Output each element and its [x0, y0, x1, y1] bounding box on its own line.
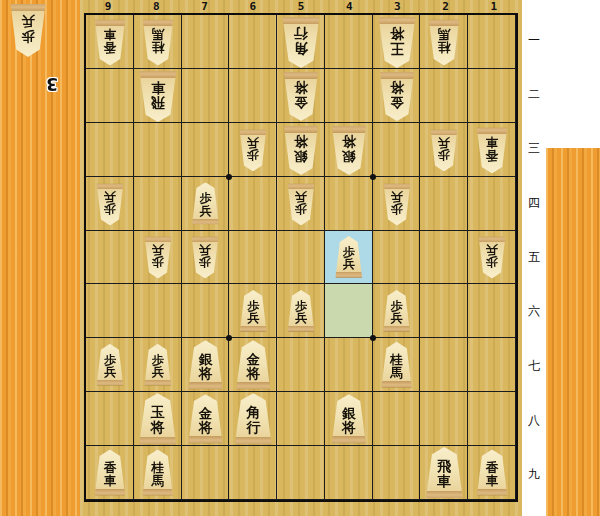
cell-26[interactable]	[420, 284, 468, 338]
sente-pawn-36[interactable]: 歩兵	[382, 290, 411, 332]
file-label-2: 2	[422, 0, 470, 13]
gote-pawn-15[interactable]: 歩兵	[478, 237, 507, 279]
cell-47[interactable]	[325, 338, 373, 392]
cell-15[interactable]: 歩兵	[468, 231, 516, 285]
rank-label-9: 九	[524, 448, 544, 502]
sente-gold-78[interactable]: 金将	[187, 394, 224, 443]
piece-kanji: 銀将	[342, 406, 356, 434]
file-label-3: 3	[373, 0, 421, 13]
sente-knight-89[interactable]: 桂馬	[141, 450, 174, 496]
piece-kanji: 玉将	[151, 405, 165, 434]
cell-37[interactable]: 桂馬	[373, 338, 421, 392]
gote-lance-13[interactable]: 香車	[476, 127, 509, 173]
cell-75[interactable]: 歩兵	[182, 231, 230, 285]
piece-kanji: 歩兵	[104, 191, 116, 216]
cell-93[interactable]	[86, 123, 134, 177]
cell-83[interactable]	[134, 123, 182, 177]
cell-23[interactable]: 歩兵	[420, 123, 468, 177]
piece-kanji: 桂馬	[390, 353, 403, 379]
gote-lance-91[interactable]: 香車	[93, 19, 126, 65]
cell-81[interactable]: 桂馬	[134, 15, 182, 69]
rank-label-2: 二	[524, 67, 544, 121]
sente-pawn-74[interactable]: 歩兵	[191, 182, 220, 224]
sente-bishop-68[interactable]: 角行	[233, 393, 273, 444]
piece-kanji: 金将	[294, 81, 308, 109]
cell-53[interactable]: 銀将	[277, 123, 325, 177]
gote-silver-53[interactable]: 銀将	[282, 126, 319, 175]
cell-62[interactable]	[229, 69, 277, 123]
cell-78[interactable]: 金将	[182, 392, 230, 446]
cell-56[interactable]: 歩兵	[277, 284, 325, 338]
sente-pawn-56[interactable]: 歩兵	[286, 290, 315, 332]
file-labels: 987654321	[84, 0, 518, 13]
cell-14[interactable]	[468, 177, 516, 231]
sente-king-88[interactable]: 玉将	[138, 393, 178, 444]
cell-99[interactable]: 香車	[86, 446, 134, 500]
piece-kanji: 歩兵	[199, 244, 211, 269]
cell-21[interactable]: 桂馬	[420, 15, 468, 69]
cell-84[interactable]	[134, 177, 182, 231]
cell-38[interactable]	[373, 392, 421, 446]
cell-79[interactable]	[182, 446, 230, 500]
cell-51[interactable]: 角行	[277, 15, 325, 69]
cell-46[interactable]	[325, 284, 373, 338]
gote-pawn-75[interactable]: 歩兵	[191, 237, 220, 279]
sente-lance-19[interactable]: 香車	[476, 450, 509, 496]
sente-rook-29[interactable]: 飛車	[424, 447, 464, 498]
cell-55[interactable]	[277, 231, 325, 285]
cell-65[interactable]	[229, 231, 277, 285]
gote-pawn-94[interactable]: 歩兵	[95, 183, 124, 225]
cell-22[interactable]	[420, 69, 468, 123]
cell-17[interactable]	[468, 338, 516, 392]
cell-31[interactable]: 王将	[373, 15, 421, 69]
cell-76[interactable]	[182, 284, 230, 338]
gote-gold-52[interactable]: 金将	[282, 72, 319, 121]
piece-kanji: 銀将	[342, 135, 356, 163]
piece-kanji: 銀将	[199, 352, 213, 380]
piece-kanji: 飛車	[151, 81, 165, 110]
file-label-8: 8	[132, 0, 180, 13]
cell-98[interactable]	[86, 392, 134, 446]
cell-42[interactable]	[325, 69, 373, 123]
sente-pawn-45[interactable]: 歩兵	[334, 236, 363, 278]
piece-kanji: 王将	[390, 27, 404, 56]
cell-72[interactable]	[182, 69, 230, 123]
file-label-7: 7	[180, 0, 228, 13]
piece-kanji: 歩兵	[438, 137, 450, 162]
cell-43[interactable]: 銀将	[325, 123, 373, 177]
cell-32[interactable]: 金将	[373, 69, 421, 123]
cell-36[interactable]: 歩兵	[373, 284, 421, 338]
sente-silver-77[interactable]: 銀将	[187, 340, 224, 389]
cell-87[interactable]: 歩兵	[134, 338, 182, 392]
rank-label-1: 一	[524, 13, 544, 67]
piece-kanji: 金将	[246, 352, 260, 380]
cell-58[interactable]	[277, 392, 325, 446]
sente-hand-tray	[546, 148, 600, 516]
gote-hand-pawn-kanji: 歩兵	[21, 15, 35, 43]
sente-knight-37[interactable]: 桂馬	[380, 342, 413, 388]
gote-pawn-23[interactable]: 歩兵	[430, 129, 459, 171]
sente-pawn-97[interactable]: 歩兵	[95, 344, 124, 386]
sente-gold-67[interactable]: 金将	[235, 340, 272, 389]
piece-kanji: 桂馬	[151, 461, 164, 487]
cell-97[interactable]: 歩兵	[86, 338, 134, 392]
cell-77[interactable]: 銀将	[182, 338, 230, 392]
gote-gold-32[interactable]: 金将	[378, 72, 415, 121]
sente-pawn-66[interactable]: 歩兵	[239, 290, 268, 332]
piece-kanji: 金将	[199, 406, 213, 434]
piece-kanji: 歩兵	[391, 191, 403, 216]
sente-lance-99[interactable]: 香車	[93, 450, 126, 496]
cell-61[interactable]	[229, 15, 277, 69]
rank-label-3: 三	[524, 122, 544, 176]
cell-33[interactable]	[373, 123, 421, 177]
cell-94[interactable]: 歩兵	[86, 177, 134, 231]
cell-54[interactable]: 歩兵	[277, 177, 325, 231]
rank-label-6: 六	[524, 285, 544, 339]
cell-24[interactable]	[420, 177, 468, 231]
cell-49[interactable]	[325, 446, 373, 500]
cell-18[interactable]	[468, 392, 516, 446]
cell-91[interactable]: 香車	[86, 15, 134, 69]
piece-kanji: 香車	[104, 28, 117, 54]
rank-label-5: 五	[524, 230, 544, 284]
file-label-9: 9	[84, 0, 132, 13]
gote-pawn-63[interactable]: 歩兵	[239, 129, 268, 171]
cell-96[interactable]	[86, 284, 134, 338]
rank-label-7: 七	[524, 339, 544, 393]
gote-pawn-34[interactable]: 歩兵	[382, 183, 411, 225]
gote-hand-pawn-count: 3	[42, 70, 62, 94]
rank-label-4: 四	[524, 176, 544, 230]
cell-44[interactable]	[325, 177, 373, 231]
piece-kanji: 歩兵	[152, 353, 164, 378]
piece-kanji: 桂馬	[438, 28, 451, 54]
gote-pawn-85[interactable]: 歩兵	[143, 237, 172, 279]
piece-kanji: 桂馬	[151, 28, 164, 54]
piece-kanji: 歩兵	[104, 353, 116, 378]
cell-95[interactable]	[86, 231, 134, 285]
piece-kanji: 角行	[294, 27, 308, 56]
cell-66[interactable]: 歩兵	[229, 284, 277, 338]
cell-35[interactable]	[373, 231, 421, 285]
sente-silver-48[interactable]: 銀将	[330, 394, 367, 443]
file-label-5: 5	[277, 0, 325, 13]
cell-85[interactable]: 歩兵	[134, 231, 182, 285]
cell-63[interactable]: 歩兵	[229, 123, 277, 177]
file-label-4: 4	[325, 0, 373, 13]
cell-92[interactable]	[86, 69, 134, 123]
cell-28[interactable]	[420, 392, 468, 446]
cell-89[interactable]: 桂馬	[134, 446, 182, 500]
piece-kanji: 角行	[246, 405, 260, 434]
piece-kanji: 歩兵	[295, 191, 307, 216]
piece-kanji: 歩兵	[199, 192, 211, 217]
piece-kanji: 歩兵	[152, 244, 164, 269]
gote-silver-43[interactable]: 銀将	[330, 126, 367, 175]
cell-88[interactable]: 玉将	[134, 392, 182, 446]
piece-kanji: 歩兵	[343, 246, 355, 271]
cell-69[interactable]	[229, 446, 277, 500]
cell-13[interactable]: 香車	[468, 123, 516, 177]
piece-kanji: 歩兵	[391, 299, 403, 324]
cell-57[interactable]	[277, 338, 325, 392]
board-grid: 香車桂馬角行王将桂馬飛車金将金将歩兵銀将銀将歩兵香車歩兵歩兵歩兵歩兵歩兵歩兵歩兵…	[84, 13, 518, 502]
piece-kanji: 香車	[486, 136, 499, 162]
cell-25[interactable]	[420, 231, 468, 285]
gote-king-31[interactable]: 王将	[377, 17, 417, 68]
gote-hand-pawn[interactable]: 歩兵	[9, 4, 47, 57]
cell-52[interactable]: 金将	[277, 69, 325, 123]
cell-67[interactable]: 金将	[229, 338, 277, 392]
cell-82[interactable]: 飛車	[134, 69, 182, 123]
cell-34[interactable]: 歩兵	[373, 177, 421, 231]
cell-41[interactable]	[325, 15, 373, 69]
rank-label-8: 八	[524, 393, 544, 447]
piece-kanji: 歩兵	[486, 244, 498, 269]
sente-pawn-87[interactable]: 歩兵	[143, 344, 172, 386]
piece-kanji: 歩兵	[295, 299, 307, 324]
cell-71[interactable]	[182, 15, 230, 69]
cell-12[interactable]	[468, 69, 516, 123]
rank-labels: 一二三四五六七八九	[524, 13, 544, 502]
piece-kanji: 香車	[104, 461, 117, 487]
piece-kanji: 金将	[390, 81, 404, 109]
cell-11[interactable]	[468, 15, 516, 69]
cell-59[interactable]	[277, 446, 325, 500]
gote-knight-81[interactable]: 桂馬	[141, 19, 174, 65]
piece-kanji: 飛車	[437, 459, 451, 488]
cell-29[interactable]: 飛車	[420, 446, 468, 500]
cell-39[interactable]	[373, 446, 421, 500]
piece-kanji: 銀将	[294, 135, 308, 163]
piece-kanji: 歩兵	[247, 299, 259, 324]
gote-rook-82[interactable]: 飛車	[138, 71, 178, 122]
gote-bishop-51[interactable]: 角行	[281, 17, 321, 68]
cell-45[interactable]: 歩兵	[325, 231, 373, 285]
cell-74[interactable]: 歩兵	[182, 177, 230, 231]
cell-16[interactable]	[468, 284, 516, 338]
gote-pawn-54[interactable]: 歩兵	[286, 183, 315, 225]
piece-kanji: 歩兵	[247, 137, 259, 162]
shogi-board: 987654321 香車桂馬角行王将桂馬飛車金将金将歩兵銀将銀将歩兵香車歩兵歩兵…	[80, 0, 522, 516]
cell-48[interactable]: 銀将	[325, 392, 373, 446]
cell-73[interactable]	[182, 123, 230, 177]
file-label-6: 6	[229, 0, 277, 13]
gote-hand-tray: 歩兵 3	[0, 0, 80, 516]
gote-knight-21[interactable]: 桂馬	[428, 19, 461, 65]
piece-kanji: 香車	[486, 461, 499, 487]
cell-68[interactable]: 角行	[229, 392, 277, 446]
file-label-1: 1	[470, 0, 518, 13]
cell-86[interactable]	[134, 284, 182, 338]
cell-19[interactable]: 香車	[468, 446, 516, 500]
cell-27[interactable]	[420, 338, 468, 392]
cell-64[interactable]	[229, 177, 277, 231]
